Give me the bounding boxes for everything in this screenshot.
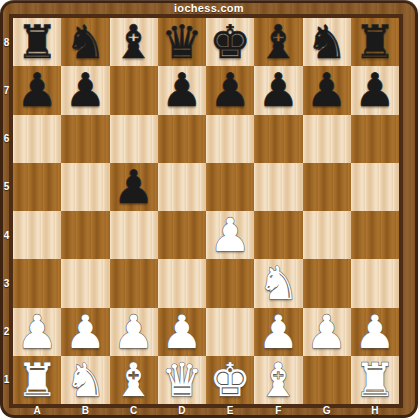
square-d3[interactable] xyxy=(158,259,206,307)
square-a1[interactable]: ♜ xyxy=(13,356,61,404)
square-h4[interactable] xyxy=(351,211,399,259)
file-label-a: A xyxy=(13,404,61,417)
piece-white-pawn[interactable]: ♟ xyxy=(161,309,202,355)
file-label-f: F xyxy=(254,404,302,417)
square-c6[interactable] xyxy=(110,115,158,163)
square-c2[interactable]: ♟ xyxy=(110,308,158,356)
square-c5[interactable]: ♟ xyxy=(110,163,158,211)
square-g5[interactable] xyxy=(303,163,351,211)
piece-black-bishop[interactable]: ♝ xyxy=(258,19,299,65)
square-c3[interactable] xyxy=(110,259,158,307)
piece-white-pawn[interactable]: ♟ xyxy=(17,309,58,355)
piece-white-rook[interactable]: ♜ xyxy=(354,357,395,403)
piece-black-pawn[interactable]: ♟ xyxy=(161,67,202,113)
square-h6[interactable] xyxy=(351,115,399,163)
file-labels: ABCDEFGH xyxy=(13,404,399,417)
piece-black-pawn[interactable]: ♟ xyxy=(113,164,154,210)
square-h1[interactable]: ♜ xyxy=(351,356,399,404)
square-c7[interactable] xyxy=(110,66,158,114)
rank-label-3: 3 xyxy=(0,259,13,307)
square-g2[interactable]: ♟ xyxy=(303,308,351,356)
piece-black-knight[interactable]: ♞ xyxy=(65,19,106,65)
piece-black-rook[interactable]: ♜ xyxy=(17,19,58,65)
chess-board: iochess.com ♜♞♝♛♚♝♞♜♟♟♟♟♟♟♟♟♟♞♟♟♟♟♟♟♟♜♞♝… xyxy=(0,0,418,418)
square-a8[interactable]: ♜ xyxy=(13,18,61,66)
square-b4[interactable] xyxy=(61,211,109,259)
piece-white-pawn[interactable]: ♟ xyxy=(210,212,251,258)
square-c8[interactable]: ♝ xyxy=(110,18,158,66)
rank-label-2: 2 xyxy=(0,308,13,356)
square-b3[interactable] xyxy=(61,259,109,307)
piece-white-knight[interactable]: ♞ xyxy=(65,357,106,403)
board-grid: ♜♞♝♛♚♝♞♜♟♟♟♟♟♟♟♟♟♞♟♟♟♟♟♟♟♜♞♝♛♚♝♜ xyxy=(13,18,399,404)
square-f4[interactable] xyxy=(254,211,302,259)
piece-white-bishop[interactable]: ♝ xyxy=(258,357,299,403)
square-a3[interactable] xyxy=(13,259,61,307)
square-f7[interactable]: ♟ xyxy=(254,66,302,114)
square-d8[interactable]: ♛ xyxy=(158,18,206,66)
square-h8[interactable]: ♜ xyxy=(351,18,399,66)
square-d1[interactable]: ♛ xyxy=(158,356,206,404)
square-e7[interactable]: ♟ xyxy=(206,66,254,114)
piece-black-pawn[interactable]: ♟ xyxy=(258,67,299,113)
square-e5[interactable] xyxy=(206,163,254,211)
square-h7[interactable]: ♟ xyxy=(351,66,399,114)
piece-white-pawn[interactable]: ♟ xyxy=(306,309,347,355)
piece-black-king[interactable]: ♚ xyxy=(210,19,251,65)
square-e8[interactable]: ♚ xyxy=(206,18,254,66)
piece-black-pawn[interactable]: ♟ xyxy=(65,67,106,113)
piece-black-queen[interactable]: ♛ xyxy=(161,19,202,65)
piece-black-pawn[interactable]: ♟ xyxy=(17,67,58,113)
square-g7[interactable]: ♟ xyxy=(303,66,351,114)
piece-white-rook[interactable]: ♜ xyxy=(17,357,58,403)
square-f2[interactable]: ♟ xyxy=(254,308,302,356)
piece-black-pawn[interactable]: ♟ xyxy=(306,67,347,113)
square-g1[interactable] xyxy=(303,356,351,404)
rank-label-8: 8 xyxy=(0,18,13,66)
square-b2[interactable]: ♟ xyxy=(61,308,109,356)
piece-black-knight[interactable]: ♞ xyxy=(306,19,347,65)
rank-label-4: 4 xyxy=(0,211,13,259)
square-f5[interactable] xyxy=(254,163,302,211)
piece-black-rook[interactable]: ♜ xyxy=(354,19,395,65)
square-e4[interactable]: ♟ xyxy=(206,211,254,259)
file-label-e: E xyxy=(206,404,254,417)
piece-black-bishop[interactable]: ♝ xyxy=(113,19,154,65)
piece-white-queen[interactable]: ♛ xyxy=(161,357,202,403)
piece-white-bishop[interactable]: ♝ xyxy=(113,357,154,403)
piece-white-pawn[interactable]: ♟ xyxy=(65,309,106,355)
rank-label-6: 6 xyxy=(0,115,13,163)
square-f1[interactable]: ♝ xyxy=(254,356,302,404)
square-a2[interactable]: ♟ xyxy=(13,308,61,356)
rank-label-5: 5 xyxy=(0,163,13,211)
square-f6[interactable] xyxy=(254,115,302,163)
rank-labels: 87654321 xyxy=(0,18,13,404)
square-e2[interactable] xyxy=(206,308,254,356)
square-e3[interactable] xyxy=(206,259,254,307)
square-b8[interactable]: ♞ xyxy=(61,18,109,66)
square-h2[interactable]: ♟ xyxy=(351,308,399,356)
square-d5[interactable] xyxy=(158,163,206,211)
file-label-b: B xyxy=(61,404,109,417)
square-b7[interactable]: ♟ xyxy=(61,66,109,114)
square-d2[interactable]: ♟ xyxy=(158,308,206,356)
square-e1[interactable]: ♚ xyxy=(206,356,254,404)
square-a5[interactable] xyxy=(13,163,61,211)
site-title: iochess.com xyxy=(0,1,418,15)
file-label-h: H xyxy=(351,404,399,417)
square-c1[interactable]: ♝ xyxy=(110,356,158,404)
square-g4[interactable] xyxy=(303,211,351,259)
square-b6[interactable] xyxy=(61,115,109,163)
piece-black-pawn[interactable]: ♟ xyxy=(354,67,395,113)
square-g3[interactable] xyxy=(303,259,351,307)
square-a6[interactable] xyxy=(13,115,61,163)
rank-label-1: 1 xyxy=(0,356,13,404)
square-f3[interactable]: ♞ xyxy=(254,259,302,307)
square-f8[interactable]: ♝ xyxy=(254,18,302,66)
file-label-g: G xyxy=(303,404,351,417)
square-e6[interactable] xyxy=(206,115,254,163)
piece-black-pawn[interactable]: ♟ xyxy=(210,67,251,113)
piece-white-knight[interactable]: ♞ xyxy=(258,260,299,306)
rank-label-7: 7 xyxy=(0,66,13,114)
piece-white-pawn[interactable]: ♟ xyxy=(113,309,154,355)
square-b5[interactable] xyxy=(61,163,109,211)
square-h3[interactable] xyxy=(351,259,399,307)
piece-white-king[interactable]: ♚ xyxy=(210,357,251,403)
square-h5[interactable] xyxy=(351,163,399,211)
square-a7[interactable]: ♟ xyxy=(13,66,61,114)
square-b1[interactable]: ♞ xyxy=(61,356,109,404)
file-label-c: C xyxy=(110,404,158,417)
square-g8[interactable]: ♞ xyxy=(303,18,351,66)
square-a4[interactable] xyxy=(13,211,61,259)
piece-white-pawn[interactable]: ♟ xyxy=(354,309,395,355)
square-c4[interactable] xyxy=(110,211,158,259)
file-label-d: D xyxy=(158,404,206,417)
square-d6[interactable] xyxy=(158,115,206,163)
square-g6[interactable] xyxy=(303,115,351,163)
square-d7[interactable]: ♟ xyxy=(158,66,206,114)
square-d4[interactable] xyxy=(158,211,206,259)
piece-white-pawn[interactable]: ♟ xyxy=(258,309,299,355)
